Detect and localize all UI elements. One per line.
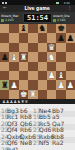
player-right-name: wizard_Dra [53,15,64,17]
white-pawn: ♟ [57,81,65,90]
notification-icons [2,2,7,4]
square-d7[interactable] [28,33,37,42]
white-rook: ♜ [29,90,37,99]
square-g8[interactable]: ♚ [56,24,65,33]
square-h8[interactable] [66,24,75,33]
square-b4[interactable] [9,62,18,71]
square-d4[interactable] [28,62,37,71]
square-e8[interactable]: ♞ [38,24,47,33]
move-san[interactable]: Nf5 [39,139,49,146]
square-h4[interactable] [66,62,75,71]
square-c8[interactable]: ♝ [19,24,28,33]
black-pawn: ♟ [67,34,75,43]
player-left-rating: 2,245 [1,18,22,22]
rating-chip-icon [1,19,4,22]
square-c7[interactable] [19,33,28,42]
square-f3[interactable]: ♟ [47,71,56,80]
white-bishop: ♝ [10,53,18,62]
square-c1[interactable]: ♚ [19,90,28,99]
back-icon[interactable]: ← [3,6,7,10]
square-a4[interactable] [0,62,9,71]
white-rook: ♜ [20,53,28,62]
square-h5[interactable] [66,52,75,61]
square-a6[interactable] [0,43,9,52]
square-b2[interactable]: ♟ [9,80,18,89]
square-e1[interactable] [38,90,47,99]
square-a1[interactable] [0,90,9,99]
square-c3[interactable] [19,71,28,80]
white-pawn: ♟ [10,81,18,90]
square-b5[interactable]: ♝ [9,52,18,61]
square-g6[interactable] [56,43,65,52]
status-right: 8:48 [56,0,73,6]
square-a7[interactable] [0,33,9,42]
square-b1[interactable] [9,90,18,99]
square-d1[interactable]: ♜ [28,90,37,99]
square-c4[interactable] [19,62,28,71]
clock-display: 51:54 [27,15,48,22]
square-f2[interactable] [47,80,56,89]
square-g1[interactable] [56,90,65,99]
white-king: ♚ [20,90,28,99]
black-knight: ♞ [38,24,46,33]
black-rook: ♜ [1,81,9,90]
square-h7[interactable]: ♟ [66,33,75,42]
square-c6[interactable] [19,43,28,52]
square-d5[interactable] [28,52,37,61]
notification-dot-icon [2,2,4,4]
move-san[interactable]: Rd1 [7,146,19,150]
square-f5[interactable]: ♞ [47,52,56,61]
square-d6[interactable] [28,43,37,52]
white-bishop: ♝ [57,71,65,80]
square-e4[interactable] [38,62,47,71]
black-pawn: ♟ [57,34,65,43]
square-a5[interactable]: ♟ [0,52,9,61]
square-g5[interactable] [56,52,65,61]
square-e2[interactable] [38,80,47,89]
page-title: Live game [24,6,49,11]
app-window: 8:48 ← Live game ⋮ Wizard_Mat 2,245 51:5… [0,0,75,150]
square-e7[interactable] [38,33,47,42]
move-san[interactable]: Ne8 [20,139,32,146]
square-a2[interactable]: ♜ [0,80,9,89]
app-bar: ← Live game ⋮ [0,5,75,12]
square-g7[interactable]: ♟ [56,33,65,42]
square-e6[interactable] [38,43,47,52]
move-list: 16.Bg3b617.Ne4Bb718.Rc1Rb819.Bb5a520.Qf3… [0,104,75,150]
move-cell: Rd1 [7,137,20,150]
white-queen: ♛ [48,43,56,52]
rating-chip-icon [53,19,56,22]
square-e5[interactable] [38,52,47,61]
square-b6[interactable] [9,43,18,52]
square-h2[interactable]: ♟ [66,80,75,89]
game-clock[interactable]: 51:54 [23,13,52,23]
player-right-rating: 2,191 [53,18,74,22]
square-d8[interactable] [28,24,37,33]
square-f1[interactable] [47,90,56,99]
square-b7[interactable] [9,33,18,42]
square-b8[interactable] [9,24,18,33]
square-h1[interactable] [66,90,75,99]
notification-dot-icon [5,2,7,4]
square-g2[interactable]: ♟ [56,80,65,89]
move-san[interactable]: Ra2 [52,139,64,146]
black-bishop: ♝ [20,24,28,33]
square-d3[interactable] [28,71,37,80]
white-knight: ♞ [48,53,56,62]
black-pawn: ♟ [1,53,9,62]
square-a8[interactable] [0,24,9,33]
menu-icon[interactable]: ⋮ [67,6,71,10]
square-f6[interactable]: ♛ [47,43,56,52]
square-b3[interactable] [9,71,18,80]
square-h3[interactable] [66,71,75,80]
battery-icon [56,2,59,4]
square-a3[interactable] [0,71,9,80]
square-f8[interactable] [47,24,56,33]
chess-board: ♝♞♚♟♟♛♟♝♜♞♟♝♜♟♟♟♚♜ [0,24,75,99]
white-pawn: ♟ [48,71,56,80]
move-cell: Nf5 [39,130,52,149]
move-cell: Ne8 [20,130,33,149]
move-cell: Ra2 [52,130,65,149]
player-left-name: Wizard_Mat [1,15,12,17]
square-e3[interactable] [38,71,47,80]
captured-pieces: ♟♟♟♟♞♜♛ [2,99,28,103]
square-c5[interactable]: ♜ [19,52,28,61]
square-h6[interactable] [66,43,75,52]
black-king: ♚ [57,24,65,33]
status-time: 8:48 [63,1,69,4]
square-g3[interactable]: ♝ [56,71,65,80]
white-pawn: ♟ [67,81,75,90]
